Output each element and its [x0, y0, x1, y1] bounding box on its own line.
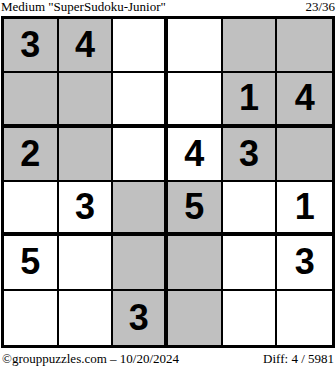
cell-r5c5[interactable]: [223, 236, 278, 290]
cell-r2c5[interactable]: 1: [223, 73, 278, 127]
cell-r6c3[interactable]: 3: [113, 291, 168, 345]
cell-r2c4[interactable]: [168, 73, 223, 127]
cell-r5c3[interactable]: [113, 236, 168, 290]
footer-bar: ©grouppuzzles.com – 10/20/2024 Diff: 4 /…: [2, 351, 334, 367]
cell-r5c6[interactable]: 3: [277, 236, 332, 290]
cell-r6c2[interactable]: [59, 291, 114, 345]
cell-r1c6[interactable]: [277, 19, 332, 73]
cell-r4c4[interactable]: 5: [168, 182, 223, 236]
cell-r3c3[interactable]: [113, 128, 168, 182]
cell-r3c2[interactable]: [59, 128, 114, 182]
cell-r6c5[interactable]: [223, 291, 278, 345]
cell-r4c5[interactable]: [223, 182, 278, 236]
cell-r5c4[interactable]: [168, 236, 223, 290]
cell-r2c1[interactable]: [4, 73, 59, 127]
cell-r3c4[interactable]: 4: [168, 128, 223, 182]
cell-r2c2[interactable]: [59, 73, 114, 127]
cell-r5c2[interactable]: [59, 236, 114, 290]
cell-r1c3[interactable]: [113, 19, 168, 73]
cell-r2c3[interactable]: [113, 73, 168, 127]
cell-r4c1[interactable]: [4, 182, 59, 236]
cell-r1c2[interactable]: 4: [59, 19, 114, 73]
cell-r3c1[interactable]: 2: [4, 128, 59, 182]
cell-r3c6[interactable]: [277, 128, 332, 182]
difficulty-text: Diff: 4 / 5981: [263, 351, 334, 367]
cell-r1c4[interactable]: [168, 19, 223, 73]
cell-r6c6[interactable]: [277, 291, 332, 345]
cell-r1c1[interactable]: 3: [4, 19, 59, 73]
cell-r4c2[interactable]: 3: [59, 182, 114, 236]
cell-r1c5[interactable]: [223, 19, 278, 73]
cell-r6c4[interactable]: [168, 291, 223, 345]
copyright-text: ©grouppuzzles.com – 10/20/2024: [2, 351, 179, 367]
board: 3414243351533: [1, 16, 335, 348]
cell-r3c5[interactable]: 3: [223, 128, 278, 182]
header-bar: Medium "SuperSudoku-Junior" 23/36: [1, 0, 335, 15]
cell-r4c6[interactable]: 1: [277, 182, 332, 236]
progress-counter: 23/36: [305, 0, 335, 14]
cell-r4c3[interactable]: [113, 182, 168, 236]
puzzle-title: Medium "SuperSudoku-Junior": [1, 0, 166, 14]
cell-r2c6[interactable]: 4: [277, 73, 332, 127]
cell-r5c1[interactable]: 5: [4, 236, 59, 290]
cell-r6c1[interactable]: [4, 291, 59, 345]
